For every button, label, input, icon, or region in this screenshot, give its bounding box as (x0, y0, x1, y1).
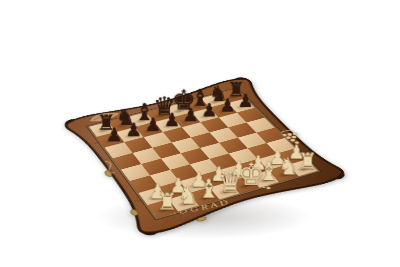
piece-black-pawn: ♟ (199, 101, 220, 119)
piece-white-rook: ♜ (156, 190, 179, 214)
piece-black-pawn: ♟ (143, 116, 164, 134)
piece-white-bishop: ♝ (197, 176, 220, 201)
piece-white-knight: ♞ (277, 155, 299, 179)
piece-white-queen: ♛ (218, 167, 241, 195)
product-photo: VINOGRAD ♜♞♝♛♚♝♞♜♟♟♟♟♟♟♟♟♟♟♟♟♟♟♟♟♜♞♝♛♚♝♞… (0, 0, 400, 267)
piece-black-pawn: ♟ (235, 92, 255, 110)
piece-black-pawn: ♟ (180, 106, 201, 124)
piece-black-pawn: ♟ (123, 121, 144, 140)
piece-black-pawn: ♟ (162, 111, 183, 129)
piece-black-pawn: ♟ (217, 97, 237, 115)
piece-black-pawn: ♟ (104, 126, 125, 145)
piece-white-knight: ♞ (177, 183, 200, 208)
piece-white-rook: ♜ (297, 150, 319, 173)
